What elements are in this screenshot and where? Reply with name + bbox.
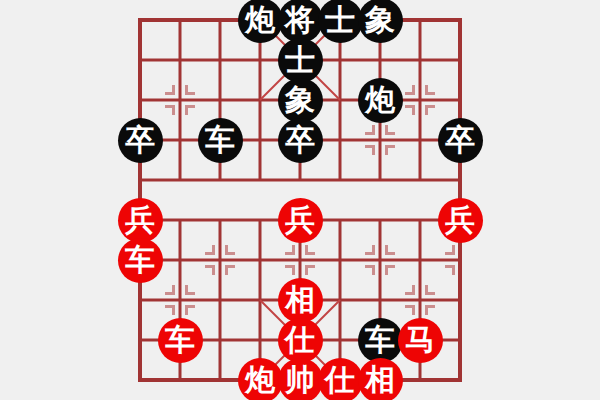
piece-red-chariot[interactable]: 车 <box>158 318 203 363</box>
point-marker <box>305 245 315 255</box>
point-marker <box>165 305 175 315</box>
piece-red-chariot[interactable]: 车 <box>118 238 163 283</box>
piece-black-soldier[interactable]: 卒 <box>118 118 163 163</box>
piece-red-horse[interactable]: 马 <box>398 318 443 363</box>
point-marker <box>405 285 415 295</box>
piece-red-advisor[interactable]: 仕 <box>318 358 363 400</box>
point-marker <box>205 265 215 275</box>
point-marker <box>165 285 175 295</box>
piece-black-elephant[interactable]: 象 <box>278 78 323 123</box>
point-marker <box>185 285 195 295</box>
point-marker <box>225 245 235 255</box>
point-marker <box>425 285 435 295</box>
point-marker <box>425 105 435 115</box>
point-marker <box>445 245 455 255</box>
point-marker <box>385 125 395 135</box>
point-marker <box>365 245 375 255</box>
piece-black-chariot[interactable]: 车 <box>198 118 243 163</box>
point-marker <box>285 265 295 275</box>
piece-black-elephant[interactable]: 象 <box>358 0 403 43</box>
piece-black-chariot[interactable]: 车 <box>358 318 403 363</box>
xiangqi-screenshot: 炮将士象士象炮卒车卒卒车兵兵兵车相车仕马炮帅仕相 <box>0 0 600 400</box>
piece-black-advisor[interactable]: 士 <box>318 0 363 43</box>
point-marker <box>425 305 435 315</box>
point-marker <box>385 145 395 155</box>
piece-red-elephant[interactable]: 相 <box>278 278 323 323</box>
point-marker <box>365 265 375 275</box>
piece-black-soldier[interactable]: 卒 <box>278 118 323 163</box>
piece-red-cannon[interactable]: 炮 <box>238 358 283 400</box>
piece-red-soldier[interactable]: 兵 <box>278 198 323 243</box>
point-marker <box>205 245 215 255</box>
point-marker <box>225 265 235 275</box>
piece-black-cannon[interactable]: 炮 <box>358 78 403 123</box>
piece-red-soldier[interactable]: 兵 <box>438 198 483 243</box>
point-marker <box>385 245 395 255</box>
piece-red-elephant[interactable]: 相 <box>358 358 403 400</box>
point-marker <box>425 85 435 95</box>
point-marker <box>405 85 415 95</box>
point-marker <box>185 85 195 95</box>
piece-red-advisor[interactable]: 仕 <box>278 318 323 363</box>
point-marker <box>165 105 175 115</box>
point-marker <box>165 85 175 95</box>
point-marker <box>385 265 395 275</box>
point-marker <box>305 265 315 275</box>
point-marker <box>285 245 295 255</box>
piece-black-soldier[interactable]: 卒 <box>438 118 483 163</box>
point-marker <box>405 105 415 115</box>
piece-red-soldier[interactable]: 兵 <box>118 198 163 243</box>
point-marker <box>365 125 375 135</box>
xiangqi-board[interactable]: 炮将士象士象炮卒车卒卒车兵兵兵车相车仕马炮帅仕相 <box>0 0 600 400</box>
point-marker <box>405 305 415 315</box>
piece-black-advisor[interactable]: 士 <box>278 38 323 83</box>
piece-black-general[interactable]: 将 <box>278 0 323 43</box>
piece-black-cannon[interactable]: 炮 <box>238 0 283 43</box>
point-marker <box>445 265 455 275</box>
point-marker <box>185 305 195 315</box>
point-marker <box>185 105 195 115</box>
piece-red-general[interactable]: 帅 <box>278 358 323 400</box>
point-marker <box>365 145 375 155</box>
